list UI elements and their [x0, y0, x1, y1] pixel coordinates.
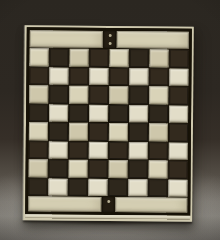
board-square-r3c6[interactable]: [129, 86, 148, 104]
board-square-r1c6[interactable]: [129, 49, 148, 67]
board-square-r2c1[interactable]: [29, 67, 48, 85]
board-square-r7c8[interactable]: [169, 161, 188, 179]
board-square-r2c2[interactable]: [49, 67, 68, 85]
board-square-r6c8[interactable]: [169, 142, 188, 160]
board-square-r2c3[interactable]: [69, 67, 88, 85]
board-square-r2c4[interactable]: [89, 67, 108, 85]
board-square-r3c5[interactable]: [109, 86, 128, 104]
board-square-r1c7[interactable]: [149, 49, 168, 67]
board-square-r7c7[interactable]: [149, 160, 168, 178]
bottom-rail: [27, 195, 188, 213]
board-square-r3c1[interactable]: [29, 85, 48, 103]
board-frame: [25, 27, 192, 215]
board-square-r4c8[interactable]: [169, 105, 188, 123]
inlay-dot-icon: [108, 34, 111, 37]
board-square-r4c4[interactable]: [89, 104, 108, 122]
board-square-r3c4[interactable]: [89, 86, 108, 104]
board-square-r8c1[interactable]: [28, 178, 47, 196]
board-square-r8c3[interactable]: [68, 178, 87, 196]
board-square-r7c3[interactable]: [69, 160, 88, 178]
top-rail-center-block: [103, 31, 115, 48]
board-square-r8c2[interactable]: [48, 178, 67, 196]
inlay-dot-icon: [107, 200, 110, 203]
board-square-r4c5[interactable]: [109, 105, 128, 123]
board-square-r6c3[interactable]: [69, 141, 88, 159]
board-square-r8c8[interactable]: [168, 179, 187, 197]
board-square-r3c3[interactable]: [69, 86, 88, 104]
inlay-dot-icon: [108, 42, 111, 45]
board-square-r4c3[interactable]: [69, 104, 88, 122]
board-square-r3c2[interactable]: [49, 85, 68, 103]
board-square-r4c6[interactable]: [129, 105, 148, 123]
board-square-r8c5[interactable]: [108, 179, 127, 197]
board-square-r4c2[interactable]: [49, 104, 68, 122]
board-square-r5c2[interactable]: [49, 122, 68, 140]
board-square-r2c7[interactable]: [149, 68, 168, 86]
board-square-r1c8[interactable]: [169, 50, 188, 68]
board-square-r7c1[interactable]: [29, 159, 48, 177]
board-square-r1c1[interactable]: [30, 48, 49, 66]
bottom-rail-right-panel: [115, 197, 188, 213]
board-square-r3c8[interactable]: [169, 87, 188, 105]
board-square-r5c4[interactable]: [89, 123, 108, 141]
board-square-r5c5[interactable]: [109, 123, 128, 141]
studio-backdrop: [0, 0, 220, 240]
board-square-r5c7[interactable]: [149, 123, 168, 141]
board-square-r5c6[interactable]: [129, 123, 148, 141]
board-square-r8c6[interactable]: [128, 179, 147, 197]
board-square-r1c3[interactable]: [69, 49, 88, 67]
top-rail-left-panel: [30, 30, 103, 48]
board-square-r7c6[interactable]: [129, 160, 148, 178]
board-square-r3c7[interactable]: [149, 86, 168, 104]
board-square-r5c3[interactable]: [69, 123, 88, 141]
board-square-r7c4[interactable]: [89, 160, 108, 178]
board-square-r8c7[interactable]: [148, 179, 167, 197]
bottom-rail-center-block: [102, 197, 114, 212]
top-rail-right-panel: [116, 31, 189, 49]
board-square-r7c2[interactable]: [49, 159, 68, 177]
board-square-r1c2[interactable]: [49, 48, 68, 66]
board-square-r6c7[interactable]: [149, 142, 168, 160]
bottom-rail-left-panel: [28, 196, 101, 212]
board-square-r4c1[interactable]: [29, 104, 48, 122]
board-bottom-edge: [25, 214, 190, 219]
board-square-r7c5[interactable]: [109, 160, 128, 178]
board-square-r8c4[interactable]: [88, 178, 107, 196]
checkerboard-grid: [27, 48, 189, 196]
board-square-r6c2[interactable]: [49, 141, 68, 159]
board-square-r1c5[interactable]: [109, 49, 128, 67]
checkers-board: [23, 25, 194, 221]
board-square-r5c8[interactable]: [169, 124, 188, 142]
board-square-r6c5[interactable]: [109, 142, 128, 160]
board-square-r6c4[interactable]: [89, 141, 108, 159]
board-square-r2c8[interactable]: [169, 68, 188, 86]
board-square-r6c6[interactable]: [129, 142, 148, 160]
board-square-r5c1[interactable]: [29, 122, 48, 140]
board-square-r6c1[interactable]: [29, 141, 48, 159]
top-rail: [29, 29, 190, 49]
board-square-r2c6[interactable]: [129, 68, 148, 86]
board-square-r2c5[interactable]: [109, 68, 128, 86]
board-square-r4c7[interactable]: [149, 105, 168, 123]
board-square-r1c4[interactable]: [89, 49, 108, 67]
